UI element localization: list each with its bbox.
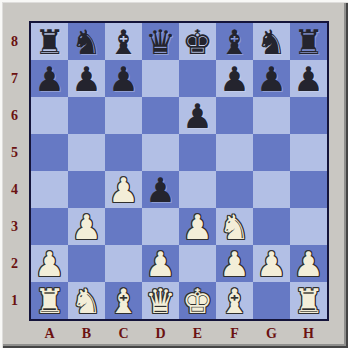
square-c5[interactable] (105, 134, 142, 171)
square-b5[interactable] (68, 134, 105, 171)
square-d8[interactable]: ♛ (142, 23, 179, 60)
piece-white-queen[interactable]: ♛ (145, 284, 175, 318)
square-e4[interactable] (179, 171, 216, 208)
piece-white-rook[interactable]: ♜ (34, 284, 64, 318)
square-e3[interactable]: ♟ (179, 208, 216, 245)
square-d2[interactable]: ♟ (142, 245, 179, 282)
piece-black-pawn[interactable]: ♟ (145, 173, 175, 207)
square-h5[interactable] (290, 134, 327, 171)
piece-black-queen[interactable]: ♛ (145, 25, 175, 59)
square-b4[interactable] (68, 171, 105, 208)
square-c6[interactable] (105, 97, 142, 134)
piece-black-pawn[interactable]: ♟ (256, 62, 286, 96)
square-e2[interactable] (179, 245, 216, 282)
square-b7[interactable]: ♟ (68, 60, 105, 97)
square-f3[interactable]: ♞ (216, 208, 253, 245)
square-e1[interactable]: ♚ (179, 282, 216, 319)
piece-black-rook[interactable]: ♜ (293, 25, 323, 59)
chess-board[interactable]: ♜♞♝♛♚♝♞♜♟♟♟♟♟♟♟♟♟♟♟♞♟♟♟♟♟♜♞♝♛♚♝♜ (29, 21, 329, 321)
square-b3[interactable]: ♟ (68, 208, 105, 245)
square-g2[interactable]: ♟ (253, 245, 290, 282)
rank-label-3: 3 (0, 208, 29, 245)
square-d5[interactable] (142, 134, 179, 171)
square-g6[interactable] (253, 97, 290, 134)
square-f7[interactable]: ♟ (216, 60, 253, 97)
square-h1[interactable]: ♜ (290, 282, 327, 319)
piece-black-bishop[interactable]: ♝ (219, 25, 249, 59)
square-d3[interactable] (142, 208, 179, 245)
file-label-d: D (142, 321, 179, 346)
square-h6[interactable] (290, 97, 327, 134)
piece-white-pawn[interactable]: ♟ (108, 173, 138, 207)
square-h3[interactable] (290, 208, 327, 245)
square-d4[interactable]: ♟ (142, 171, 179, 208)
piece-white-pawn[interactable]: ♟ (34, 247, 64, 281)
piece-white-king[interactable]: ♚ (182, 284, 212, 318)
piece-white-pawn[interactable]: ♟ (219, 247, 249, 281)
square-h4[interactable] (290, 171, 327, 208)
square-a5[interactable] (31, 134, 68, 171)
rank-labels: 87654321 (0, 23, 29, 319)
piece-black-pawn[interactable]: ♟ (34, 62, 64, 96)
square-c1[interactable]: ♝ (105, 282, 142, 319)
square-c8[interactable]: ♝ (105, 23, 142, 60)
square-e7[interactable] (179, 60, 216, 97)
rank-label-1: 1 (0, 282, 29, 319)
piece-white-knight[interactable]: ♞ (219, 210, 249, 244)
square-a6[interactable] (31, 97, 68, 134)
square-f5[interactable] (216, 134, 253, 171)
square-f2[interactable]: ♟ (216, 245, 253, 282)
square-h8[interactable]: ♜ (290, 23, 327, 60)
piece-black-pawn[interactable]: ♟ (293, 62, 323, 96)
square-d1[interactable]: ♛ (142, 282, 179, 319)
square-c3[interactable] (105, 208, 142, 245)
square-d7[interactable] (142, 60, 179, 97)
file-label-g: G (253, 321, 290, 346)
piece-black-knight[interactable]: ♞ (71, 25, 101, 59)
square-f8[interactable]: ♝ (216, 23, 253, 60)
square-g8[interactable]: ♞ (253, 23, 290, 60)
piece-white-pawn[interactable]: ♟ (145, 247, 175, 281)
piece-black-rook[interactable]: ♜ (34, 25, 64, 59)
piece-white-bishop[interactable]: ♝ (219, 284, 249, 318)
square-b2[interactable] (68, 245, 105, 282)
piece-white-pawn[interactable]: ♟ (293, 247, 323, 281)
square-a7[interactable]: ♟ (31, 60, 68, 97)
square-c2[interactable] (105, 245, 142, 282)
rank-label-2: 2 (0, 245, 29, 282)
piece-white-pawn[interactable]: ♟ (256, 247, 286, 281)
square-c4[interactable]: ♟ (105, 171, 142, 208)
square-b8[interactable]: ♞ (68, 23, 105, 60)
file-label-h: H (290, 321, 327, 346)
piece-black-pawn[interactable]: ♟ (108, 62, 138, 96)
piece-white-bishop[interactable]: ♝ (108, 284, 138, 318)
square-h2[interactable]: ♟ (290, 245, 327, 282)
file-label-f: F (216, 321, 253, 346)
square-e8[interactable]: ♚ (179, 23, 216, 60)
piece-black-king[interactable]: ♚ (182, 25, 212, 59)
piece-white-rook[interactable]: ♜ (293, 284, 323, 318)
square-a3[interactable] (31, 208, 68, 245)
piece-black-bishop[interactable]: ♝ (108, 25, 138, 59)
square-h7[interactable]: ♟ (290, 60, 327, 97)
square-a8[interactable]: ♜ (31, 23, 68, 60)
rank-label-6: 6 (0, 97, 29, 134)
file-label-b: B (68, 321, 105, 346)
square-a2[interactable]: ♟ (31, 245, 68, 282)
piece-black-pawn[interactable]: ♟ (71, 62, 101, 96)
rank-label-7: 7 (0, 60, 29, 97)
square-e6[interactable]: ♟ (179, 97, 216, 134)
square-f1[interactable]: ♝ (216, 282, 253, 319)
square-g7[interactable]: ♟ (253, 60, 290, 97)
file-label-e: E (179, 321, 216, 346)
square-f4[interactable] (216, 171, 253, 208)
square-f6[interactable] (216, 97, 253, 134)
piece-white-knight[interactable]: ♞ (71, 284, 101, 318)
square-b1[interactable]: ♞ (68, 282, 105, 319)
file-label-c: C (105, 321, 142, 346)
square-g4[interactable] (253, 171, 290, 208)
square-b6[interactable] (68, 97, 105, 134)
file-labels: ABCDEFGH (31, 321, 327, 346)
square-c7[interactable]: ♟ (105, 60, 142, 97)
square-g3[interactable] (253, 208, 290, 245)
chessboard-panel: 87654321 ♜♞♝♛♚♝♞♜♟♟♟♟♟♟♟♟♟♟♟♞♟♟♟♟♟♜♞♝♛♚♝… (0, 0, 348, 348)
piece-black-pawn[interactable]: ♟ (219, 62, 249, 96)
piece-black-pawn[interactable]: ♟ (182, 99, 212, 133)
square-a4[interactable] (31, 171, 68, 208)
square-e5[interactable] (179, 134, 216, 171)
rank-label-4: 4 (0, 171, 29, 208)
piece-black-knight[interactable]: ♞ (256, 25, 286, 59)
rank-label-5: 5 (0, 134, 29, 171)
square-d6[interactable] (142, 97, 179, 134)
rank-label-8: 8 (0, 23, 29, 60)
file-label-a: A (31, 321, 68, 346)
piece-white-pawn[interactable]: ♟ (182, 210, 212, 244)
square-g5[interactable] (253, 134, 290, 171)
square-g1[interactable] (253, 282, 290, 319)
piece-white-pawn[interactable]: ♟ (71, 210, 101, 244)
square-a1[interactable]: ♜ (31, 282, 68, 319)
